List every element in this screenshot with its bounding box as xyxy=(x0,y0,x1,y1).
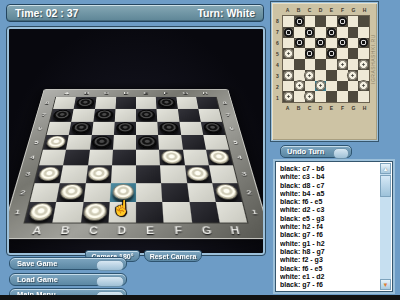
square-e1[interactable] xyxy=(136,202,164,223)
coord-label: H xyxy=(195,91,216,97)
coord-label: 7 xyxy=(274,26,281,37)
square-a6[interactable] xyxy=(47,122,72,136)
black-man-a7[interactable] xyxy=(52,110,72,121)
square-c1[interactable] xyxy=(305,91,316,102)
coord-label: F xyxy=(337,6,348,14)
square-g2[interactable] xyxy=(187,183,216,202)
square-g3[interactable] xyxy=(348,70,359,81)
white-man-f4[interactable] xyxy=(338,60,347,69)
square-e4[interactable] xyxy=(136,150,160,166)
square-e3[interactable] xyxy=(136,166,161,183)
move-item: black: g7 - f6 xyxy=(280,281,378,289)
coord-label: H xyxy=(359,104,370,112)
move-item: black: f6 - e5 xyxy=(280,265,378,273)
coord-label: B xyxy=(293,6,304,14)
coord-label: F xyxy=(164,224,194,239)
scroll-up-button[interactable]: ▲ xyxy=(380,163,391,174)
white-man-d2[interactable] xyxy=(316,81,325,90)
white-man-h2[interactable] xyxy=(214,184,239,200)
coord-label: C xyxy=(96,91,116,97)
square-g8[interactable] xyxy=(176,98,198,110)
black-man-c7[interactable] xyxy=(305,28,314,37)
move-item: black: g7 - f6 xyxy=(280,231,378,239)
black-man-c7[interactable] xyxy=(95,110,114,121)
coord-label: G xyxy=(348,6,359,14)
square-f3[interactable] xyxy=(160,166,186,183)
black-man-e5[interactable] xyxy=(327,49,336,58)
status-bar: Time: 02 : 37 Turn: White xyxy=(6,4,264,22)
white-man-a1[interactable] xyxy=(284,92,293,101)
square-a1[interactable] xyxy=(25,202,57,223)
save-game-button[interactable]: Save Game xyxy=(9,257,127,270)
square-b7[interactable] xyxy=(294,27,305,38)
white-man-b2[interactable] xyxy=(59,184,83,200)
square-g6[interactable] xyxy=(179,122,203,136)
coord-label: 6 xyxy=(224,122,240,136)
coord-label: E xyxy=(136,91,156,97)
square-f7[interactable] xyxy=(157,109,179,122)
coord-label: 2 xyxy=(239,183,259,202)
square-h3[interactable] xyxy=(209,166,238,183)
move-item: white: g1 - h2 xyxy=(280,240,378,248)
white-man-h2[interactable] xyxy=(359,81,368,90)
square-b2[interactable] xyxy=(57,183,86,202)
scroll-down-button[interactable]: ▼ xyxy=(380,279,391,290)
square-h2[interactable] xyxy=(358,81,369,92)
white-man-a5[interactable] xyxy=(45,136,67,148)
square-b4[interactable] xyxy=(294,59,305,70)
square-a8[interactable] xyxy=(283,16,294,27)
square-e5[interactable] xyxy=(326,48,337,59)
square-f2[interactable] xyxy=(161,183,189,202)
coord-label: B xyxy=(50,224,81,239)
square-c8[interactable] xyxy=(305,16,316,27)
square-c2[interactable] xyxy=(83,183,111,202)
coord-label: 1 xyxy=(274,92,281,103)
black-man-e5[interactable] xyxy=(138,136,157,148)
coord-label: 4 xyxy=(274,59,281,70)
coord-label: D xyxy=(315,104,326,112)
move-item: white: h2 - f4 xyxy=(280,223,378,231)
square-d3[interactable] xyxy=(315,70,326,81)
move-item: black: f6 - e5 xyxy=(280,198,378,206)
coord-label: 1 xyxy=(244,202,265,223)
square-d5[interactable] xyxy=(113,135,136,150)
square-a2[interactable] xyxy=(30,183,60,202)
square-d8[interactable] xyxy=(315,16,326,27)
square-h6[interactable] xyxy=(358,38,369,49)
square-g5[interactable] xyxy=(181,135,206,150)
square-g1[interactable] xyxy=(348,91,359,102)
coord-label: B xyxy=(293,104,304,112)
white-man-h4[interactable] xyxy=(208,151,231,164)
move-item: white: f2 - g3 xyxy=(280,256,378,264)
square-a2[interactable] xyxy=(283,81,294,92)
square-f7[interactable] xyxy=(337,27,348,38)
black-man-f6[interactable] xyxy=(159,123,178,134)
turn-label: Turn: White xyxy=(197,7,255,19)
black-man-c5[interactable] xyxy=(92,136,112,148)
white-man-g3[interactable] xyxy=(348,71,357,80)
black-man-d6[interactable] xyxy=(316,38,325,47)
square-g7[interactable] xyxy=(348,27,359,38)
square-b5[interactable] xyxy=(66,135,91,150)
black-man-f8[interactable] xyxy=(338,17,347,26)
black-man-h6[interactable] xyxy=(202,123,223,134)
black-man-e7[interactable] xyxy=(138,110,156,121)
black-man-f8[interactable] xyxy=(158,98,176,108)
square-b4[interactable] xyxy=(63,150,89,166)
mini-board-panel: ABCDEFGH 87654321 ABCDEFGH IGRASHASHKI.R… xyxy=(271,2,378,141)
move-item: black: c7 - b6 xyxy=(280,165,378,173)
move-item: white: b4 - a5 xyxy=(280,190,378,198)
square-d5[interactable] xyxy=(315,48,326,59)
black-man-b6[interactable] xyxy=(295,38,304,47)
square-a6[interactable] xyxy=(283,38,294,49)
coord-label: H xyxy=(359,6,370,14)
scroll-thumb[interactable] xyxy=(380,175,391,197)
square-b3[interactable] xyxy=(60,166,87,183)
square-f1[interactable] xyxy=(337,91,348,102)
white-man-a5[interactable] xyxy=(284,49,293,58)
move-list: black: c7 - b6white: c3 - b4black: d8 - … xyxy=(280,165,378,289)
coord-label: E xyxy=(326,6,337,14)
square-b6[interactable] xyxy=(294,38,305,49)
coord-label: A xyxy=(282,104,293,112)
mini-file-labels-top: ABCDEFGH xyxy=(282,6,370,14)
square-e8[interactable] xyxy=(136,98,157,110)
coord-label: 7 xyxy=(36,109,51,122)
square-h1[interactable] xyxy=(358,91,369,102)
square-h8[interactable] xyxy=(196,98,219,110)
white-man-h4[interactable] xyxy=(359,60,368,69)
move-item: white: e1 - d2 xyxy=(280,273,378,281)
coord-label: G xyxy=(348,104,359,112)
white-man-f4[interactable] xyxy=(161,151,182,164)
square-g1[interactable] xyxy=(189,202,219,223)
move-item: black: d8 - c7 xyxy=(280,182,378,190)
square-c3[interactable] xyxy=(85,166,111,183)
square-b6[interactable] xyxy=(69,122,93,136)
square-a7[interactable] xyxy=(50,109,74,122)
square-d8[interactable] xyxy=(115,98,136,110)
square-g4[interactable] xyxy=(348,59,359,70)
move-item: white: c3 - b4 xyxy=(280,173,378,181)
square-g4[interactable] xyxy=(183,150,209,166)
mini-rank-labels: 87654321 xyxy=(274,15,281,103)
square-a3[interactable] xyxy=(283,70,294,81)
coord-label: C xyxy=(304,104,315,112)
square-g8[interactable] xyxy=(348,16,359,27)
square-b1[interactable] xyxy=(53,202,83,223)
coord-label: 5 xyxy=(274,48,281,59)
undo-turn-button[interactable]: Undo Turn xyxy=(280,145,352,158)
file-labels-far: ABCDEFGH xyxy=(56,91,215,97)
square-f6[interactable] xyxy=(157,122,180,136)
coord-label: C xyxy=(304,6,315,14)
white-man-d2[interactable] xyxy=(112,184,134,200)
square-b8[interactable] xyxy=(294,16,305,27)
square-b5[interactable] xyxy=(294,48,305,59)
hand-cursor: ☝ xyxy=(112,199,131,217)
coord-label: 4 xyxy=(231,150,249,166)
square-e5[interactable] xyxy=(136,135,159,150)
square-a5[interactable] xyxy=(283,48,294,59)
square-c4[interactable] xyxy=(88,150,113,166)
square-f2[interactable] xyxy=(337,81,348,92)
scrollbar[interactable]: ▲ ▼ xyxy=(380,163,391,290)
coord-label: D xyxy=(107,224,136,239)
square-e6[interactable] xyxy=(326,38,337,49)
move-item: black: e5 - g3 xyxy=(280,215,378,223)
coord-label: G xyxy=(175,91,196,97)
square-d3[interactable] xyxy=(111,166,136,183)
black-man-d6[interactable] xyxy=(116,123,135,134)
white-man-a3[interactable] xyxy=(37,167,61,182)
square-e4[interactable] xyxy=(326,59,337,70)
black-man-a7[interactable] xyxy=(284,28,293,37)
square-a1[interactable] xyxy=(283,91,294,102)
coord-label: 6 xyxy=(32,122,48,136)
square-d6[interactable] xyxy=(315,38,326,49)
coord-label: F xyxy=(156,91,176,97)
white-man-g3[interactable] xyxy=(187,167,210,182)
square-b2[interactable] xyxy=(294,81,305,92)
mini-file-labels-bottom: ABCDEFGH xyxy=(282,104,370,112)
square-h5[interactable] xyxy=(203,135,229,150)
coord-label: 5 xyxy=(227,135,244,150)
square-c5[interactable] xyxy=(90,135,114,150)
square-d4[interactable] xyxy=(112,150,136,166)
square-e7[interactable] xyxy=(136,109,157,122)
white-man-a1[interactable] xyxy=(28,203,55,220)
coord-label: 6 xyxy=(274,37,281,48)
square-d6[interactable] xyxy=(114,122,136,136)
square-h7[interactable] xyxy=(198,109,222,122)
square-e8[interactable] xyxy=(326,16,337,27)
square-c7[interactable] xyxy=(305,27,316,38)
square-c8[interactable] xyxy=(95,98,116,110)
coord-label: 8 xyxy=(218,98,233,110)
square-g5[interactable] xyxy=(348,48,359,59)
black-man-b8[interactable] xyxy=(295,17,304,26)
move-item: black: h8 - g7 xyxy=(280,248,378,256)
square-c4[interactable] xyxy=(305,59,316,70)
square-f6[interactable] xyxy=(337,38,348,49)
load-game-button[interactable]: Load Game xyxy=(9,273,127,286)
coord-label: E xyxy=(136,224,165,239)
square-c7[interactable] xyxy=(93,109,115,122)
square-b3[interactable] xyxy=(294,70,305,81)
square-h8[interactable] xyxy=(358,16,369,27)
square-d7[interactable] xyxy=(115,109,136,122)
square-e6[interactable] xyxy=(136,122,158,136)
move-item: white: d2 - c3 xyxy=(280,206,378,214)
bottom-strip xyxy=(0,295,400,300)
coord-label: 3 xyxy=(235,166,254,183)
square-f5[interactable] xyxy=(337,48,348,59)
square-g3[interactable] xyxy=(184,166,211,183)
coord-label: G xyxy=(192,224,223,239)
watermark-text: IGRASHASHKI.RU xyxy=(370,15,377,103)
square-f8[interactable] xyxy=(337,16,348,27)
square-e2[interactable] xyxy=(326,81,337,92)
square-c2[interactable] xyxy=(305,81,316,92)
coord-label: C xyxy=(78,224,108,239)
square-h4[interactable] xyxy=(206,150,233,166)
black-man-f6[interactable] xyxy=(338,38,347,47)
board-3d-panel: ABCDEFGH ABCDEFGH 87654321 87654321 ☝ xyxy=(7,27,265,255)
white-man-c3[interactable] xyxy=(88,167,110,182)
square-f3[interactable] xyxy=(337,70,348,81)
reset-camera-button[interactable]: Reset Camera xyxy=(144,250,202,262)
square-a4[interactable] xyxy=(39,150,66,166)
square-h7[interactable] xyxy=(358,27,369,38)
move-list-panel: black: c7 - b6white: c3 - b4black: d8 - … xyxy=(275,161,393,292)
black-man-e7[interactable] xyxy=(327,28,336,37)
coord-label: 2 xyxy=(274,81,281,92)
square-f4[interactable] xyxy=(337,59,348,70)
square-d4[interactable] xyxy=(315,59,326,70)
square-d1[interactable] xyxy=(315,91,326,102)
black-man-b8[interactable] xyxy=(76,98,95,108)
square-a5[interactable] xyxy=(43,135,69,150)
coord-label: H xyxy=(220,224,251,239)
square-c6[interactable] xyxy=(91,122,114,136)
square-e7[interactable] xyxy=(326,27,337,38)
square-a4[interactable] xyxy=(283,59,294,70)
coord-label: D xyxy=(116,91,136,97)
white-man-a3[interactable] xyxy=(284,71,293,80)
square-e3[interactable] xyxy=(326,70,337,81)
black-man-b6[interactable] xyxy=(71,123,91,134)
coord-label: A xyxy=(282,6,293,14)
coord-label: D xyxy=(315,6,326,14)
square-a7[interactable] xyxy=(283,27,294,38)
coord-label: 3 xyxy=(274,70,281,81)
white-man-c1[interactable] xyxy=(83,203,107,220)
square-d2[interactable] xyxy=(315,81,326,92)
square-b7[interactable] xyxy=(72,109,95,122)
square-c5[interactable] xyxy=(305,48,316,59)
coord-label: 8 xyxy=(274,15,281,26)
coord-label: F xyxy=(337,104,348,112)
square-g6[interactable] xyxy=(348,38,359,49)
square-f8[interactable] xyxy=(156,98,177,110)
white-man-c3[interactable] xyxy=(305,71,314,80)
coord-label: 7 xyxy=(221,109,236,122)
square-g7[interactable] xyxy=(177,109,200,122)
square-h1[interactable] xyxy=(215,202,247,223)
square-c3[interactable] xyxy=(305,70,316,81)
square-h6[interactable] xyxy=(200,122,225,136)
square-e1[interactable] xyxy=(326,91,337,102)
black-man-h6[interactable] xyxy=(359,38,368,47)
square-b1[interactable] xyxy=(294,91,305,102)
square-e2[interactable] xyxy=(136,183,162,202)
board-3d-frame: ABCDEFGH ABCDEFGH 87654321 87654321 xyxy=(7,90,265,238)
square-h5[interactable] xyxy=(358,48,369,59)
square-f4[interactable] xyxy=(159,150,184,166)
square-a8[interactable] xyxy=(53,98,76,110)
mini-board[interactable] xyxy=(282,15,370,103)
coord-label: A xyxy=(56,91,77,97)
file-labels-near: ABCDEFGH xyxy=(21,224,251,239)
white-man-c1[interactable] xyxy=(305,92,314,101)
square-h4[interactable] xyxy=(358,59,369,70)
coord-label: 8 xyxy=(40,98,55,110)
square-a3[interactable] xyxy=(35,166,64,183)
square-c1[interactable] xyxy=(80,202,109,223)
white-man-b2[interactable] xyxy=(295,81,304,90)
board-3d[interactable] xyxy=(25,98,247,223)
square-c6[interactable] xyxy=(305,38,316,49)
black-man-c5[interactable] xyxy=(305,49,314,58)
coord-label: B xyxy=(76,91,97,97)
square-f1[interactable] xyxy=(162,202,191,223)
square-b8[interactable] xyxy=(74,98,96,110)
square-g2[interactable] xyxy=(348,81,359,92)
square-h3[interactable] xyxy=(358,70,369,81)
coord-label: A xyxy=(21,224,52,239)
square-f5[interactable] xyxy=(158,135,182,150)
square-h2[interactable] xyxy=(212,183,242,202)
square-d7[interactable] xyxy=(315,27,326,38)
coord-label: E xyxy=(326,104,337,112)
time-label: Time: 02 : 37 xyxy=(15,7,78,19)
